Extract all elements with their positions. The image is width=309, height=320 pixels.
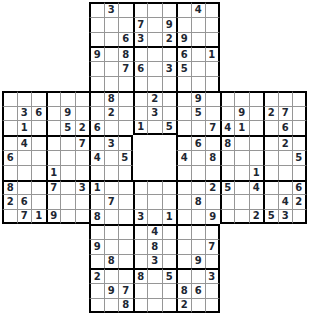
sudoku-cell-empty[interactable] <box>89 298 104 313</box>
sudoku-cell-empty[interactable] <box>191 209 206 224</box>
sudoku-cell-empty[interactable] <box>118 239 133 254</box>
empty-space <box>31 298 46 313</box>
empty-space <box>2 46 17 61</box>
sudoku-cell-empty[interactable] <box>162 194 177 209</box>
sudoku-cell-empty[interactable] <box>191 150 206 165</box>
empty-space <box>249 2 264 17</box>
sudoku-cell-given: 7 <box>75 135 90 150</box>
sudoku-cell-empty[interactable] <box>249 91 264 106</box>
sudoku-cell-empty[interactable] <box>75 194 90 209</box>
empty-space <box>60 268 75 283</box>
sudoku-cell-empty[interactable] <box>263 180 278 195</box>
sudoku-cell-empty[interactable] <box>89 2 104 17</box>
sudoku-cell-empty[interactable] <box>104 298 119 313</box>
sudoku-cell-empty[interactable] <box>176 120 191 135</box>
sudoku-cell-empty[interactable] <box>191 298 206 313</box>
sudoku-cell-empty[interactable] <box>75 91 90 106</box>
sudoku-cell-empty[interactable] <box>104 150 119 165</box>
empty-space <box>220 298 235 313</box>
empty-space <box>2 76 17 91</box>
sudoku-cell-empty[interactable] <box>191 180 206 195</box>
sudoku-cell-empty[interactable] <box>118 120 133 135</box>
empty-space <box>17 283 32 298</box>
empty-space <box>234 32 249 47</box>
sudoku-cell-given: 2 <box>75 120 90 135</box>
sudoku-cell-empty[interactable] <box>191 76 206 91</box>
empty-space <box>292 283 307 298</box>
sudoku-cell-empty[interactable] <box>234 209 249 224</box>
sudoku-cell-empty[interactable] <box>162 224 177 239</box>
empty-space <box>263 46 278 61</box>
sudoku-cell-empty[interactable] <box>17 180 32 195</box>
empty-space <box>2 239 17 254</box>
empty-space <box>17 61 32 76</box>
sudoku-cell-empty[interactable] <box>31 120 46 135</box>
sudoku-cell-empty[interactable] <box>118 135 133 150</box>
sudoku-cell-given: 3 <box>133 209 148 224</box>
sudoku-cell-empty[interactable] <box>118 165 133 180</box>
sudoku-cell-empty[interactable] <box>75 165 90 180</box>
sudoku-cell-given: 7 <box>133 17 148 32</box>
sudoku-cell-empty[interactable] <box>104 209 119 224</box>
sudoku-cell-empty[interactable] <box>133 180 148 195</box>
sudoku-cell-empty[interactable] <box>162 239 177 254</box>
sudoku-cell-empty[interactable] <box>205 194 220 209</box>
sudoku-cell-empty[interactable] <box>176 180 191 195</box>
sudoku-cell-empty[interactable] <box>205 17 220 32</box>
empty-space <box>249 239 264 254</box>
empty-space <box>17 239 32 254</box>
sudoku-cell-empty[interactable] <box>60 135 75 150</box>
empty-space <box>234 268 249 283</box>
sudoku-cell-empty[interactable] <box>249 150 264 165</box>
sudoku-cell-empty[interactable] <box>46 120 61 135</box>
empty-space <box>75 2 90 17</box>
sudoku-cell-empty[interactable] <box>205 76 220 91</box>
sudoku-cell-empty[interactable] <box>60 165 75 180</box>
sudoku-cell-empty[interactable] <box>147 120 162 135</box>
sudoku-cell-empty[interactable] <box>220 165 235 180</box>
sudoku-cell-empty[interactable] <box>147 268 162 283</box>
sudoku-cell-empty[interactable] <box>133 106 148 121</box>
empty-space <box>234 2 249 17</box>
sudoku-cell-given: 4 <box>17 135 32 150</box>
sudoku-cell-empty[interactable] <box>89 61 104 76</box>
empty-space <box>234 46 249 61</box>
empty-space <box>31 268 46 283</box>
sudoku-cell-empty[interactable] <box>176 76 191 91</box>
empty-space <box>278 254 293 269</box>
empty-space <box>263 61 278 76</box>
sudoku-cell-given: 5 <box>118 150 133 165</box>
sudoku-cell-empty[interactable] <box>104 239 119 254</box>
sudoku-cell-given: 5 <box>263 209 278 224</box>
sudoku-cell-given: 4 <box>220 120 235 135</box>
sudoku-cell-empty[interactable] <box>191 120 206 135</box>
sudoku-cell-given: 7 <box>17 209 32 224</box>
empty-space <box>220 61 235 76</box>
sudoku-cell-empty[interactable] <box>89 283 104 298</box>
sudoku-cell-empty[interactable] <box>162 2 177 17</box>
sudoku-cell-empty[interactable] <box>60 180 75 195</box>
empty-space <box>31 17 46 32</box>
sudoku-cell-empty[interactable] <box>147 46 162 61</box>
empty-space <box>278 224 293 239</box>
sudoku-cell-given: 8 <box>176 283 191 298</box>
sudoku-cell-empty[interactable] <box>205 91 220 106</box>
sudoku-cell-empty[interactable] <box>176 254 191 269</box>
empty-space <box>2 17 17 32</box>
sudoku-cell-empty[interactable] <box>205 106 220 121</box>
sudoku-cell-empty[interactable] <box>60 91 75 106</box>
sudoku-cell-empty[interactable] <box>147 180 162 195</box>
sudoku-cell-empty[interactable] <box>104 17 119 32</box>
sudoku-cell-empty[interactable] <box>118 91 133 106</box>
sudoku-cell-empty[interactable] <box>162 46 177 61</box>
empty-space <box>292 254 307 269</box>
sudoku-cell-empty[interactable] <box>133 76 148 91</box>
sudoku-cell-given: 2 <box>292 194 307 209</box>
empty-space <box>75 46 90 61</box>
sudoku-cell-empty[interactable] <box>220 106 235 121</box>
sudoku-cell-empty[interactable] <box>234 91 249 106</box>
sudoku-cell-empty[interactable] <box>2 209 17 224</box>
sudoku-cell-empty[interactable] <box>31 150 46 165</box>
sudoku-cell-given: 6 <box>176 46 191 61</box>
sudoku-cell-empty[interactable] <box>104 76 119 91</box>
sudoku-cell-empty[interactable] <box>89 32 104 47</box>
sudoku-cell-empty[interactable] <box>176 194 191 209</box>
sudoku-cell-empty[interactable] <box>278 165 293 180</box>
sudoku-cell-empty[interactable] <box>89 17 104 32</box>
sudoku-cell-empty[interactable] <box>263 165 278 180</box>
sudoku-cell-empty[interactable] <box>75 106 90 121</box>
sudoku-cell-empty[interactable] <box>292 165 307 180</box>
sudoku-cell-empty[interactable] <box>118 254 133 269</box>
empty-space <box>31 254 46 269</box>
sudoku-cell-given: 3 <box>147 254 162 269</box>
empty-space <box>31 239 46 254</box>
sudoku-cell-given: 9 <box>89 239 104 254</box>
sudoku-cell-empty[interactable] <box>104 268 119 283</box>
sudoku-cell-empty[interactable] <box>133 283 148 298</box>
empty-space <box>249 17 264 32</box>
sudoku-cell-empty[interactable] <box>205 254 220 269</box>
empty-space <box>249 268 264 283</box>
sudoku-cell-given: 9 <box>176 32 191 47</box>
sudoku-cell-empty[interactable] <box>205 135 220 150</box>
sudoku-cell-empty[interactable] <box>104 61 119 76</box>
empty-space <box>60 298 75 313</box>
sudoku-cell-empty[interactable] <box>89 254 104 269</box>
sudoku-cell-empty[interactable] <box>205 61 220 76</box>
sudoku-cell-empty[interactable] <box>46 106 61 121</box>
empty-space <box>147 135 162 150</box>
sudoku-cell-empty[interactable] <box>191 268 206 283</box>
sudoku-cell-empty[interactable] <box>17 150 32 165</box>
sudoku-cell-empty[interactable] <box>176 224 191 239</box>
sudoku-cell-empty[interactable] <box>278 91 293 106</box>
sudoku-cell-empty[interactable] <box>220 209 235 224</box>
empty-space <box>220 283 235 298</box>
sudoku-cell-empty[interactable] <box>191 165 206 180</box>
sudoku-cell-empty[interactable] <box>292 135 307 150</box>
puzzle-page: 3479632998617635829369235927152615741647… <box>0 0 309 320</box>
sudoku-cell-empty[interactable] <box>191 46 206 61</box>
sudoku-cell-empty[interactable] <box>147 32 162 47</box>
sudoku-cell-empty[interactable] <box>133 46 148 61</box>
empty-space <box>46 283 61 298</box>
sudoku-cell-empty[interactable] <box>220 150 235 165</box>
sudoku-cell-empty[interactable] <box>147 61 162 76</box>
sudoku-cell-given: 9 <box>104 283 119 298</box>
sudoku-cell-empty[interactable] <box>249 194 264 209</box>
sudoku-cell-empty[interactable] <box>263 194 278 209</box>
empty-space <box>162 135 177 150</box>
sudoku-cell-empty[interactable] <box>31 180 46 195</box>
sudoku-cell-given: 3 <box>75 180 90 195</box>
sudoku-cell-empty[interactable] <box>147 17 162 32</box>
sudoku-cell-empty[interactable] <box>191 32 206 47</box>
sudoku-cell-given: 1 <box>162 209 177 224</box>
sudoku-cell-given: 7 <box>205 120 220 135</box>
sudoku-cell-empty[interactable] <box>133 239 148 254</box>
sudoku-cell-empty[interactable] <box>104 165 119 180</box>
empty-space <box>292 2 307 17</box>
sudoku-cell-empty[interactable] <box>249 135 264 150</box>
sudoku-cell-empty[interactable] <box>46 150 61 165</box>
sudoku-cell-empty[interactable] <box>89 135 104 150</box>
sudoku-cell-empty[interactable] <box>60 209 75 224</box>
sudoku-cell-empty[interactable] <box>205 298 220 313</box>
sudoku-cell-empty[interactable] <box>147 194 162 209</box>
sudoku-cell-given: 2 <box>162 32 177 47</box>
sudoku-cell-given: 6 <box>191 135 206 150</box>
empty-space <box>278 2 293 17</box>
sudoku-cell-empty[interactable] <box>292 91 307 106</box>
sudoku-cell-empty[interactable] <box>133 91 148 106</box>
sudoku-cell-empty[interactable] <box>191 239 206 254</box>
sudoku-cell-empty[interactable] <box>162 254 177 269</box>
sudoku-cell-empty[interactable] <box>89 165 104 180</box>
empty-space <box>234 254 249 269</box>
sudoku-cell-empty[interactable] <box>292 209 307 224</box>
empty-space <box>249 254 264 269</box>
empty-space <box>278 61 293 76</box>
sudoku-cell-empty[interactable] <box>31 165 46 180</box>
sudoku-cell-empty[interactable] <box>118 268 133 283</box>
empty-space <box>220 17 235 32</box>
sudoku-cell-empty[interactable] <box>162 106 177 121</box>
sudoku-cell-empty[interactable] <box>133 254 148 269</box>
sudoku-cell-given: 5 <box>176 61 191 76</box>
sudoku-cell-empty[interactable] <box>278 180 293 195</box>
sudoku-cell-empty[interactable] <box>191 224 206 239</box>
empty-space <box>31 46 46 61</box>
empty-space <box>46 2 61 17</box>
sudoku-cell-empty[interactable] <box>147 283 162 298</box>
sudoku-cell-empty[interactable] <box>133 2 148 17</box>
sudoku-cell-empty[interactable] <box>46 91 61 106</box>
sudoku-cell-empty[interactable] <box>176 165 191 180</box>
sudoku-cell-empty[interactable] <box>176 17 191 32</box>
sudoku-cell-given: 6 <box>133 61 148 76</box>
sudoku-cell-empty[interactable] <box>263 150 278 165</box>
sudoku-cell-empty[interactable] <box>147 209 162 224</box>
sudoku-cell-empty[interactable] <box>147 298 162 313</box>
sudoku-cell-empty[interactable] <box>263 135 278 150</box>
sudoku-cell-given: 7 <box>46 180 61 195</box>
empty-space <box>46 17 61 32</box>
empty-space <box>292 298 307 313</box>
sudoku-cell-empty[interactable] <box>118 180 133 195</box>
empty-space <box>75 224 90 239</box>
empty-space <box>220 76 235 91</box>
sudoku-cell-given: 2 <box>263 106 278 121</box>
sudoku-cell-given: 6 <box>89 120 104 135</box>
sudoku-cell-empty[interactable] <box>176 209 191 224</box>
sudoku-cell-empty[interactable] <box>162 180 177 195</box>
sudoku-cell-empty[interactable] <box>249 106 264 121</box>
sudoku-cell-empty[interactable] <box>89 91 104 106</box>
sudoku-cell-empty[interactable] <box>220 91 235 106</box>
sudoku-cell-empty[interactable] <box>133 194 148 209</box>
sudoku-cell-empty[interactable] <box>205 165 220 180</box>
sudoku-cell-empty[interactable] <box>2 165 17 180</box>
empty-space <box>46 32 61 47</box>
empty-space <box>60 17 75 32</box>
sudoku-cell-empty[interactable] <box>31 194 46 209</box>
sudoku-cell-empty[interactable] <box>133 298 148 313</box>
sudoku-cell-given: 4 <box>147 224 162 239</box>
empty-space <box>60 32 75 47</box>
sudoku-cell-empty[interactable] <box>205 2 220 17</box>
sudoku-cell-empty[interactable] <box>234 180 249 195</box>
sudoku-cell-empty[interactable] <box>234 165 249 180</box>
empty-space <box>292 46 307 61</box>
sudoku-cell-empty[interactable] <box>191 17 206 32</box>
empty-space <box>60 61 75 76</box>
sudoku-cell-given: 6 <box>2 150 17 165</box>
sudoku-cell-empty[interactable] <box>104 46 119 61</box>
empty-space <box>278 268 293 283</box>
empty-space <box>263 224 278 239</box>
sudoku-cell-empty[interactable] <box>205 32 220 47</box>
empty-space <box>75 32 90 47</box>
sudoku-cell-empty[interactable] <box>176 91 191 106</box>
sudoku-cell-given: 7 <box>104 194 119 209</box>
sudoku-cell-empty[interactable] <box>46 194 61 209</box>
sudoku-cell-empty[interactable] <box>17 165 32 180</box>
sudoku-cell-empty[interactable] <box>104 224 119 239</box>
sudoku-cell-empty[interactable] <box>205 224 220 239</box>
empty-space <box>60 254 75 269</box>
sudoku-cell-empty[interactable] <box>89 106 104 121</box>
sudoku-cell-empty[interactable] <box>176 239 191 254</box>
sudoku-cell-empty[interactable] <box>147 2 162 17</box>
sudoku-cell-empty[interactable] <box>162 76 177 91</box>
sudoku-cell-empty[interactable] <box>75 209 90 224</box>
sudoku-cell-empty[interactable] <box>263 120 278 135</box>
empty-space <box>263 254 278 269</box>
sudoku-cell-empty[interactable] <box>89 224 104 239</box>
sudoku-cell-empty[interactable] <box>205 283 220 298</box>
sudoku-cell-empty[interactable] <box>46 135 61 150</box>
sudoku-cell-empty[interactable] <box>220 194 235 209</box>
sudoku-cell-given: 8 <box>147 239 162 254</box>
empty-space <box>60 2 75 17</box>
sudoku-cell-empty[interactable] <box>118 17 133 32</box>
sudoku-cell-given: 8 <box>104 254 119 269</box>
sudoku-cell-empty[interactable] <box>249 120 264 135</box>
sudoku-cell-given: 8 <box>191 194 206 209</box>
sudoku-cell-empty[interactable] <box>118 194 133 209</box>
sudoku-cell-empty[interactable] <box>104 180 119 195</box>
sudoku-cell-empty[interactable] <box>89 194 104 209</box>
empty-space <box>17 2 32 17</box>
empty-space <box>263 283 278 298</box>
sudoku-cell-given: 8 <box>104 91 119 106</box>
sudoku-cell-empty[interactable] <box>292 120 307 135</box>
sudoku-cell-empty[interactable] <box>2 91 17 106</box>
sudoku-cell-empty[interactable] <box>118 106 133 121</box>
sudoku-cell-empty[interactable] <box>104 32 119 47</box>
sudoku-cell-empty[interactable] <box>162 298 177 313</box>
sudoku-cell-empty[interactable] <box>292 106 307 121</box>
sudoku-cell-empty[interactable] <box>234 150 249 165</box>
sudoku-cell-empty[interactable] <box>191 61 206 76</box>
sudoku-cell-empty[interactable] <box>75 150 90 165</box>
empty-space <box>263 32 278 47</box>
empty-space <box>147 150 162 165</box>
sudoku-cell-empty[interactable] <box>104 120 119 135</box>
sudoku-cell-empty[interactable] <box>234 135 249 150</box>
sudoku-cell-empty[interactable] <box>176 2 191 17</box>
sudoku-cell-empty[interactable] <box>17 91 32 106</box>
sudoku-cell-empty[interactable] <box>2 106 17 121</box>
sudoku-cell-empty[interactable] <box>147 76 162 91</box>
empty-space <box>278 17 293 32</box>
sudoku-cell-empty[interactable] <box>176 268 191 283</box>
sudoku-cell-given: 5 <box>162 120 177 135</box>
sudoku-cell-empty[interactable] <box>118 2 133 17</box>
sudoku-cell-empty[interactable] <box>118 224 133 239</box>
sudoku-cell-empty[interactable] <box>133 224 148 239</box>
sudoku-cell-empty[interactable] <box>60 194 75 209</box>
sudoku-cell-empty[interactable] <box>278 150 293 165</box>
sudoku-cell-empty[interactable] <box>118 76 133 91</box>
sudoku-cell-empty[interactable] <box>31 135 46 150</box>
sudoku-cell-empty[interactable] <box>234 194 249 209</box>
sudoku-cell-empty[interactable] <box>176 135 191 150</box>
empty-space <box>278 76 293 91</box>
sudoku-cell-empty[interactable] <box>162 91 177 106</box>
sudoku-cell-given: 8 <box>2 180 17 195</box>
sudoku-cell-empty[interactable] <box>31 91 46 106</box>
empty-space <box>162 165 177 180</box>
sudoku-cell-given: 6 <box>17 194 32 209</box>
sudoku-cell-given: 1 <box>234 120 249 135</box>
sudoku-cell-empty[interactable] <box>263 91 278 106</box>
sudoku-cell-given: 8 <box>220 135 235 150</box>
sudoku-cell-empty[interactable] <box>60 150 75 165</box>
sudoku-cell-empty[interactable] <box>162 283 177 298</box>
sudoku-cell-empty[interactable] <box>118 209 133 224</box>
sudoku-cell-empty[interactable] <box>89 76 104 91</box>
sudoku-cell-empty[interactable] <box>2 120 17 135</box>
sudoku-cell-empty[interactable] <box>2 135 17 150</box>
sudoku-cell-empty[interactable] <box>176 106 191 121</box>
